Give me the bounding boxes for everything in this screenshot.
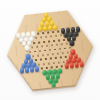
board-hole[interactable] — [56, 44, 58, 46]
board-hole[interactable] — [54, 49, 56, 51]
board-hole[interactable] — [58, 39, 60, 41]
board-hole[interactable] — [37, 33, 39, 35]
board-hole[interactable] — [35, 37, 37, 39]
board-hole[interactable] — [60, 35, 62, 37]
board-hole[interactable] — [57, 31, 59, 33]
board-hole[interactable] — [62, 52, 64, 54]
board-hole[interactable] — [55, 57, 57, 59]
board-hole[interactable] — [43, 41, 45, 43]
board-hole[interactable] — [61, 43, 63, 45]
board-hole[interactable] — [31, 47, 33, 49]
peg-white[interactable] — [24, 45, 29, 51]
board-hole[interactable] — [53, 40, 55, 42]
board-hole[interactable] — [45, 36, 47, 38]
board-hole[interactable] — [38, 41, 40, 43]
board-hole[interactable] — [51, 44, 53, 46]
board-hole[interactable] — [48, 62, 50, 64]
board-hole[interactable] — [43, 63, 45, 65]
board-cell — [69, 41, 74, 46]
board-hole[interactable] — [58, 61, 60, 63]
board-hole[interactable] — [41, 68, 43, 70]
board-hole[interactable] — [42, 32, 44, 34]
board-hole[interactable] — [67, 52, 69, 54]
board-hole[interactable] — [52, 31, 54, 33]
board-hole[interactable] — [39, 50, 41, 52]
board-hole[interactable] — [49, 49, 51, 51]
board-hole[interactable] — [52, 53, 54, 55]
board-surface — [3, 8, 96, 92]
peg-black[interactable] — [69, 40, 74, 46]
board-hole[interactable] — [40, 59, 42, 61]
board-hole[interactable] — [36, 46, 38, 48]
board-hole[interactable] — [55, 35, 57, 37]
board-hole[interactable] — [40, 37, 42, 39]
board-hole[interactable] — [47, 32, 49, 34]
board-hole[interactable] — [60, 57, 62, 59]
board-hole[interactable] — [42, 54, 44, 56]
board-hole[interactable] — [64, 47, 66, 49]
board-cell — [79, 62, 84, 67]
board-hole[interactable] — [48, 40, 50, 42]
board-hole[interactable] — [32, 55, 34, 57]
peg-blue[interactable] — [34, 66, 39, 72]
board-cell — [24, 46, 29, 51]
board-hole[interactable] — [50, 58, 52, 60]
board-hole[interactable] — [38, 63, 40, 65]
board-cell — [34, 67, 39, 72]
board-hole[interactable] — [50, 36, 52, 38]
board-hole[interactable] — [61, 65, 63, 67]
chinese-checkers-board — [3, 8, 96, 92]
board-hole[interactable] — [53, 62, 55, 64]
board-hole[interactable] — [35, 59, 37, 61]
board-hole[interactable] — [29, 51, 31, 53]
board-hole[interactable] — [56, 66, 58, 68]
board-cell — [51, 82, 56, 87]
board-hole[interactable] — [33, 42, 35, 44]
board-hole[interactable] — [65, 56, 67, 58]
board-hole[interactable] — [46, 67, 48, 69]
board-hole[interactable] — [34, 51, 36, 53]
board-cell — [52, 25, 57, 30]
board-hole[interactable] — [46, 45, 48, 47]
board-hole[interactable] — [59, 48, 61, 50]
board-hole[interactable] — [63, 39, 65, 41]
board-hole[interactable] — [57, 53, 59, 55]
board-hole[interactable] — [44, 50, 46, 52]
board-hole[interactable] — [66, 43, 68, 45]
board-hole[interactable] — [47, 54, 49, 56]
board-hole[interactable] — [37, 55, 39, 57]
board-hole[interactable] — [51, 67, 53, 69]
board-hole[interactable] — [45, 58, 47, 60]
board-row — [51, 82, 56, 87]
hexagram-hole-field — [3, 8, 96, 92]
photo-background — [0, 0, 100, 100]
board-hole[interactable] — [41, 45, 43, 47]
